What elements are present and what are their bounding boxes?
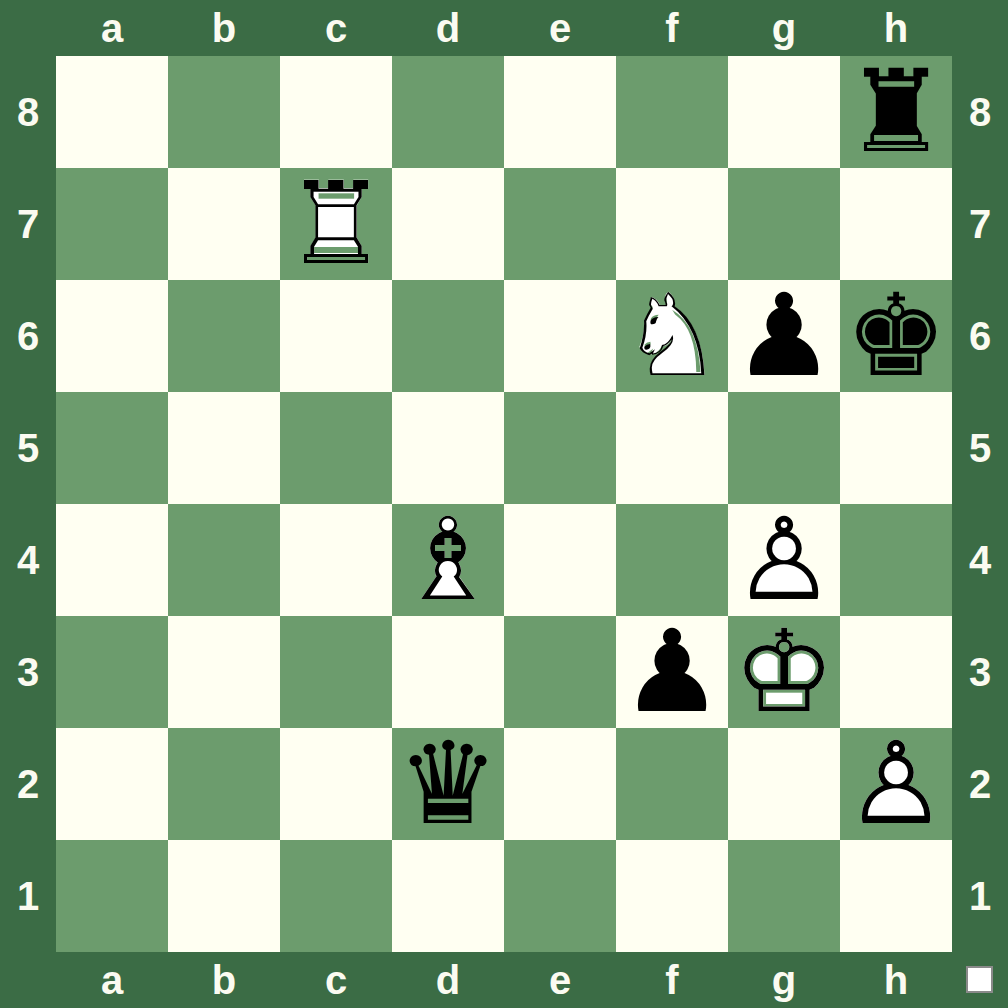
rank-label-left-8: 8	[0, 56, 56, 168]
square-g1	[728, 840, 840, 952]
rank-label-right-2: 2	[952, 728, 1008, 840]
file-label-top-d: d	[392, 0, 504, 56]
rank-label-left-1: 1	[0, 840, 56, 952]
square-c6	[280, 280, 392, 392]
rank-label-right-1: 1	[952, 840, 1008, 952]
square-a2	[56, 728, 168, 840]
white-pawn-outline: ♙	[728, 504, 840, 616]
white-rook-outline: ♖	[280, 168, 392, 280]
square-e3	[504, 616, 616, 728]
square-b2	[168, 728, 280, 840]
square-g5	[728, 392, 840, 504]
square-a7	[56, 168, 168, 280]
square-g7	[728, 168, 840, 280]
rank-label-left-5: 5	[0, 392, 56, 504]
square-h1	[840, 840, 952, 952]
square-d3	[392, 616, 504, 728]
square-h7	[840, 168, 952, 280]
white-pawn-outline: ♙	[840, 728, 952, 840]
file-label-bottom-e: e	[504, 952, 616, 1008]
file-label-top-a: a	[56, 0, 168, 56]
file-labels-top: abcdefgh	[56, 0, 952, 56]
black-pawn-glyph: ♟	[728, 280, 840, 392]
square-d5	[392, 392, 504, 504]
white-pawn: ♟♙	[728, 504, 840, 616]
file-label-top-e: e	[504, 0, 616, 56]
square-h8: ♜	[840, 56, 952, 168]
square-h2: ♟♙	[840, 728, 952, 840]
square-e8	[504, 56, 616, 168]
square-e4	[504, 504, 616, 616]
white-bishop-outline: ♗	[392, 504, 504, 616]
black-rook: ♜	[840, 56, 952, 168]
file-label-top-g: g	[728, 0, 840, 56]
white-knight-outline: ♘	[616, 280, 728, 392]
square-e2	[504, 728, 616, 840]
file-label-bottom-a: a	[56, 952, 168, 1008]
square-f8	[616, 56, 728, 168]
square-h4	[840, 504, 952, 616]
rank-label-right-7: 7	[952, 168, 1008, 280]
file-label-top-b: b	[168, 0, 280, 56]
square-e5	[504, 392, 616, 504]
black-queen: ♛	[392, 728, 504, 840]
square-c3	[280, 616, 392, 728]
square-g6: ♟	[728, 280, 840, 392]
square-b6	[168, 280, 280, 392]
square-a5	[56, 392, 168, 504]
chess-diagram: abcdefgh 87654321 ♜♜♖♞♘♟♚♝♗♟♙♟♚♔♛♟♙ 8765…	[0, 0, 1008, 1008]
chess-board: ♜♜♖♞♘♟♚♝♗♟♙♟♚♔♛♟♙	[56, 56, 952, 952]
square-e7	[504, 168, 616, 280]
square-f5	[616, 392, 728, 504]
square-a3	[56, 616, 168, 728]
square-h3	[840, 616, 952, 728]
file-label-bottom-d: d	[392, 952, 504, 1008]
square-g4: ♟♙	[728, 504, 840, 616]
rank-label-left-4: 4	[0, 504, 56, 616]
square-h5	[840, 392, 952, 504]
square-f1	[616, 840, 728, 952]
black-queen-glyph: ♛	[392, 728, 504, 840]
square-d2: ♛	[392, 728, 504, 840]
rank-label-left-6: 6	[0, 280, 56, 392]
square-f3: ♟	[616, 616, 728, 728]
square-c1	[280, 840, 392, 952]
square-f6: ♞♘	[616, 280, 728, 392]
white-king-outline: ♔	[728, 616, 840, 728]
square-b4	[168, 504, 280, 616]
rank-label-left-7: 7	[0, 168, 56, 280]
white-knight: ♞♘	[616, 280, 728, 392]
rank-label-left-3: 3	[0, 616, 56, 728]
square-a6	[56, 280, 168, 392]
black-king: ♚	[840, 280, 952, 392]
file-label-bottom-f: f	[616, 952, 728, 1008]
square-c7: ♜♖	[280, 168, 392, 280]
square-c2	[280, 728, 392, 840]
square-e1	[504, 840, 616, 952]
square-a1	[56, 840, 168, 952]
square-d1	[392, 840, 504, 952]
square-b5	[168, 392, 280, 504]
rank-label-right-3: 3	[952, 616, 1008, 728]
square-g3: ♚♔	[728, 616, 840, 728]
square-b1	[168, 840, 280, 952]
square-b3	[168, 616, 280, 728]
white-bishop: ♝♗	[392, 504, 504, 616]
square-c4	[280, 504, 392, 616]
white-pawn: ♟♙	[840, 728, 952, 840]
square-a4	[56, 504, 168, 616]
white-to-move-indicator	[966, 966, 993, 993]
rank-label-right-6: 6	[952, 280, 1008, 392]
rank-label-right-4: 4	[952, 504, 1008, 616]
black-king-glyph: ♚	[840, 280, 952, 392]
square-h6: ♚	[840, 280, 952, 392]
file-label-bottom-g: g	[728, 952, 840, 1008]
square-b7	[168, 168, 280, 280]
rank-labels-right: 87654321	[952, 56, 1008, 952]
square-e6	[504, 280, 616, 392]
file-label-bottom-h: h	[840, 952, 952, 1008]
rank-label-left-2: 2	[0, 728, 56, 840]
square-d7	[392, 168, 504, 280]
square-f4	[616, 504, 728, 616]
square-c5	[280, 392, 392, 504]
file-label-top-f: f	[616, 0, 728, 56]
rank-labels-left: 87654321	[0, 56, 56, 952]
file-label-bottom-c: c	[280, 952, 392, 1008]
file-label-top-c: c	[280, 0, 392, 56]
square-d4: ♝♗	[392, 504, 504, 616]
square-a8	[56, 56, 168, 168]
square-g8	[728, 56, 840, 168]
black-pawn: ♟	[616, 616, 728, 728]
file-labels-bottom: abcdefgh	[56, 952, 952, 1008]
rank-label-right-5: 5	[952, 392, 1008, 504]
white-king: ♚♔	[728, 616, 840, 728]
file-label-bottom-b: b	[168, 952, 280, 1008]
black-rook-glyph: ♜	[840, 56, 952, 168]
square-d6	[392, 280, 504, 392]
black-pawn: ♟	[728, 280, 840, 392]
black-pawn-glyph: ♟	[616, 616, 728, 728]
square-b8	[168, 56, 280, 168]
square-f7	[616, 168, 728, 280]
white-rook: ♜♖	[280, 168, 392, 280]
rank-label-right-8: 8	[952, 56, 1008, 168]
square-f2	[616, 728, 728, 840]
square-c8	[280, 56, 392, 168]
square-g2	[728, 728, 840, 840]
square-d8	[392, 56, 504, 168]
